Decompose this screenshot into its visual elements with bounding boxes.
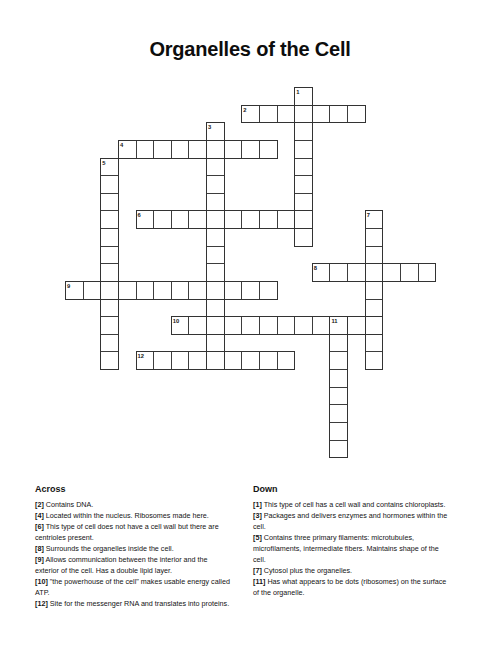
clue-item-10: [10] "the powerhouse of the cell" makes …: [35, 576, 253, 598]
grid-cell[interactable]: [224, 351, 243, 370]
clue-number: 9: [67, 283, 70, 289]
clue-number: 7: [367, 212, 370, 218]
grid-cell[interactable]: [294, 175, 313, 194]
grid-cell[interactable]: [224, 140, 243, 159]
clue-item-3: [3] Packages and delivers enzymes and ho…: [253, 510, 471, 532]
clue-item-number: [1]: [253, 500, 262, 509]
clue-item-number: [11]: [253, 577, 265, 586]
clue-number: 2: [243, 107, 246, 113]
grid-cell[interactable]: [382, 263, 401, 282]
grid-cell[interactable]: [136, 140, 155, 159]
grid-cell[interactable]: [365, 351, 384, 370]
clue-item-4: [4] Located within the nucleus. Ribosome…: [35, 510, 253, 521]
grid-cell[interactable]: [100, 263, 119, 282]
page-title: Organelles of the Cell: [0, 38, 500, 61]
grid-cell[interactable]: [365, 281, 384, 300]
clue-item-7: [7] Cytosol plus the organelles.: [253, 565, 471, 576]
grid-cell[interactable]: [418, 263, 437, 282]
clue-number: 1: [296, 89, 299, 95]
grid-cell[interactable]: [347, 263, 366, 282]
grid-cell[interactable]: [329, 440, 348, 459]
clue-item-number: [12]: [35, 599, 48, 608]
clue-number: 4: [120, 142, 123, 148]
clue-item-6: [6] This type of cell does not have a ce…: [35, 521, 253, 543]
grid-cell[interactable]: [259, 351, 278, 370]
grid-cell[interactable]: [365, 246, 384, 265]
grid-cell[interactable]: [277, 351, 296, 370]
grid-cell[interactable]: [329, 404, 348, 423]
grid-cell[interactable]: [100, 246, 119, 265]
grid-cell[interactable]: [100, 281, 119, 300]
grid-cell[interactable]: [241, 316, 260, 335]
clue-number: 11: [331, 318, 337, 324]
grid-cell[interactable]: [294, 105, 313, 124]
grid-cell[interactable]: [329, 105, 348, 124]
clue-item-12: [12] Site for the messenger RNA and tran…: [35, 598, 253, 609]
clue-item-number: [10]: [35, 577, 48, 586]
grid-cell[interactable]: [241, 281, 260, 300]
grid-cell[interactable]: [241, 210, 260, 229]
grid-cell[interactable]: [100, 228, 119, 247]
grid-cell[interactable]: [171, 281, 190, 300]
clue-item-number: [7]: [253, 566, 262, 575]
clue-item-2: [2] Contains DNA.: [35, 499, 253, 510]
grid-cell[interactable]: [188, 281, 207, 300]
grid-cell[interactable]: [153, 140, 172, 159]
grid-cell[interactable]: [206, 334, 225, 353]
grid-cell[interactable]: [188, 210, 207, 229]
grid-cell[interactable]: [206, 193, 225, 212]
clue-item-8: [8] Surrounds the organelles inside the …: [35, 543, 253, 554]
down-heading: Down: [253, 484, 471, 494]
grid-cell[interactable]: [329, 369, 348, 388]
grid-cell[interactable]: [100, 193, 119, 212]
grid-cell[interactable]: [188, 351, 207, 370]
grid-cell[interactable]: [365, 334, 384, 353]
clue-item-number: [4]: [35, 511, 44, 520]
grid-cell[interactable]: [206, 228, 225, 247]
grid-cell[interactable]: [365, 316, 384, 335]
grid-cell[interactable]: [347, 105, 366, 124]
grid-cell[interactable]: [118, 281, 137, 300]
grid-cell[interactable]: [224, 316, 243, 335]
down-clues-section: Down [1] This type of cell has a cell wa…: [253, 484, 471, 598]
grid-cell[interactable]: [153, 210, 172, 229]
grid-cell[interactable]: [259, 105, 278, 124]
across-clues-section: Across [2] Contains DNA.[4] Located with…: [35, 484, 253, 609]
clue-number: 3: [208, 124, 211, 130]
across-clue-list: [2] Contains DNA.[4] Located within the …: [35, 499, 253, 609]
grid-cell[interactable]: [171, 210, 190, 229]
grid-cell[interactable]: [224, 281, 243, 300]
grid-cell[interactable]: [153, 281, 172, 300]
clue-item-number: [6]: [35, 522, 44, 531]
grid-cell[interactable]: [171, 140, 190, 159]
grid-cell[interactable]: [100, 351, 119, 370]
grid-cell[interactable]: [100, 210, 119, 229]
crossword-grid: 123456789101112: [65, 87, 437, 459]
grid-cell[interactable]: [277, 105, 296, 124]
grid-cell[interactable]: [294, 140, 313, 159]
grid-cell[interactable]: [206, 210, 225, 229]
clue-number: 8: [314, 265, 317, 271]
clue-number: 12: [138, 353, 144, 359]
grid-cell[interactable]: [100, 334, 119, 353]
grid-cell[interactable]: [365, 263, 384, 282]
grid-cell[interactable]: [241, 140, 260, 159]
grid-cell[interactable]: [259, 316, 278, 335]
grid-cell[interactable]: [188, 140, 207, 159]
across-heading: Across: [35, 484, 253, 494]
grid-cell[interactable]: [153, 351, 172, 370]
grid-cell[interactable]: [294, 193, 313, 212]
clue-item-number: [9]: [35, 555, 44, 564]
clue-item-number: [3]: [253, 511, 262, 520]
grid-cell[interactable]: [188, 316, 207, 335]
grid-cell[interactable]: [100, 175, 119, 194]
grid-cell[interactable]: [206, 140, 225, 159]
grid-cell[interactable]: [83, 281, 102, 300]
grid-cell[interactable]: [365, 228, 384, 247]
clue-number: 6: [138, 212, 141, 218]
clue-item-number: [2]: [35, 500, 44, 509]
grid-cell[interactable]: [329, 422, 348, 441]
grid-cell[interactable]: [329, 351, 348, 370]
grid-cell[interactable]: [294, 228, 313, 247]
grid-cell[interactable]: [312, 105, 331, 124]
grid-cell[interactable]: [347, 316, 366, 335]
grid-cell[interactable]: [206, 175, 225, 194]
grid-cell[interactable]: [206, 351, 225, 370]
crossword-page: Organelles of the Cell 123456789101112 A…: [0, 0, 500, 647]
grid-cell[interactable]: [277, 210, 296, 229]
grid-cell[interactable]: [329, 387, 348, 406]
grid-cell[interactable]: [206, 246, 225, 265]
clue-item-number: [5]: [253, 533, 262, 542]
clue-item-5: [5] Contains three primary filaments: mi…: [253, 532, 471, 565]
clue-item-1: [1] This type of cell has a cell wall an…: [253, 499, 471, 510]
grid-cell[interactable]: [224, 210, 243, 229]
grid-cell[interactable]: [100, 299, 119, 318]
down-clue-list: [1] This type of cell has a cell wall an…: [253, 499, 471, 598]
grid-cell[interactable]: [206, 158, 225, 177]
grid-cell[interactable]: [400, 263, 419, 282]
grid-cell[interactable]: [312, 316, 331, 335]
grid-cell[interactable]: [329, 263, 348, 282]
grid-cell[interactable]: [294, 158, 313, 177]
grid-cell[interactable]: [365, 299, 384, 318]
grid-cell[interactable]: [206, 281, 225, 300]
grid-cell[interactable]: [136, 281, 155, 300]
grid-cell[interactable]: [206, 299, 225, 318]
clue-number: 5: [102, 160, 105, 166]
grid-cell[interactable]: [259, 281, 278, 300]
grid-cell[interactable]: [171, 351, 190, 370]
clue-number: 10: [173, 318, 179, 324]
grid-cell[interactable]: [241, 351, 260, 370]
grid-cell[interactable]: [259, 210, 278, 229]
grid-cell[interactable]: [329, 334, 348, 353]
grid-cell[interactable]: [294, 122, 313, 141]
clue-item-11: [11] Has what appears to be dots (riboso…: [253, 576, 471, 598]
grid-cell[interactable]: [294, 316, 313, 335]
clue-item-number: [8]: [35, 544, 44, 553]
grid-cell[interactable]: [259, 140, 278, 159]
grid-cell[interactable]: [206, 316, 225, 335]
grid-cell[interactable]: [294, 210, 313, 229]
clue-item-9: [9] Allows communication between the int…: [35, 554, 253, 576]
grid-cell[interactable]: [277, 316, 296, 335]
grid-cell[interactable]: [206, 263, 225, 282]
